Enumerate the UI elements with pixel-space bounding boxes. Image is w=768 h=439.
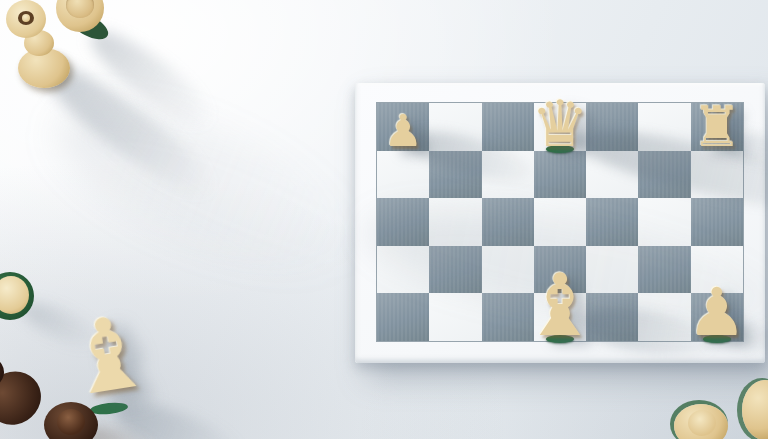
offboard-white-piece-top-edge[interactable] — [56, 0, 108, 38]
piece-layer: ♟♛♜♝♟ — [377, 103, 743, 341]
bishop-icon: ♝ — [56, 300, 160, 413]
chess-board: ♟♛♜♝♟ — [377, 103, 743, 341]
board-piece-white-pawn-r1c1[interactable]: ♟ — [383, 109, 422, 153]
offboard-white-pawn-right-edge[interactable] — [742, 380, 768, 439]
pawn-dome — [688, 410, 716, 436]
offboard-white-pawn-bottom[interactable] — [674, 404, 730, 439]
board-piece-white-queen-r1c4[interactable]: ♛ — [531, 91, 588, 155]
board-piece-white-bishop-r5c4[interactable]: ♝ — [521, 262, 598, 348]
pawn-dome — [57, 409, 85, 435]
table-shadow-broad — [39, 74, 386, 304]
pawn-base — [742, 380, 768, 439]
board-piece-white-rook-r1c7[interactable]: ♜ — [692, 98, 742, 154]
queen-finial — [22, 14, 30, 22]
photo-scene: ♟♛♜♝♟ ♝ — [0, 0, 768, 439]
board-piece-white-pawn-r5c7[interactable]: ♟ — [687, 280, 746, 346]
chess-board-frame: ♟♛♜♝♟ — [355, 83, 765, 363]
offboard-dark-pawn-bottom[interactable] — [44, 402, 100, 439]
offboard-white-pawn-left-edge[interactable] — [0, 272, 34, 320]
